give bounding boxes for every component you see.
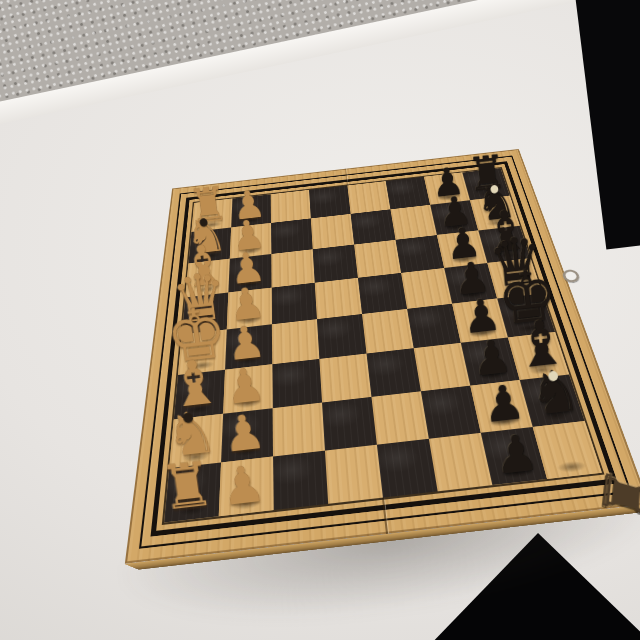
square: [272, 359, 322, 408]
square: [272, 283, 317, 325]
square: [313, 245, 358, 283]
square: [322, 397, 377, 451]
square: [377, 439, 438, 498]
pawn-glyph: ♟: [492, 426, 540, 481]
square: ♜: [164, 462, 221, 522]
pawn-glyph: ♟: [217, 457, 267, 512]
square: [358, 273, 407, 314]
square: ♟: [219, 457, 274, 517]
piece-black-knight: ♞: [528, 360, 583, 424]
board-grid: ♜♟♟♜♞♟♟♞♝♟♟♝♛♟♟♛♚♟♟♚♝♟♟♝♞♟♟♞♜♟♟♜: [164, 168, 602, 522]
board-surface: ♜♟♟♜♞♟♟♞♝♟♟♝♛♟♟♛♚♟♟♚♝♟♟♝♞♟♟♞♜♟♟♜: [125, 149, 640, 564]
square: [325, 445, 383, 504]
piece-black-pawn: ♟: [492, 426, 540, 481]
square: [371, 391, 428, 444]
square: [401, 268, 452, 309]
square: [311, 214, 354, 249]
square: [386, 177, 431, 210]
square: [309, 185, 351, 218]
photo-scene: ♜♟♟♜♞♟♟♞♝♟♟♝♛♟♟♛♚♟♟♚♝♟♟♝♞♟♟♞♜♟♟♜: [0, 0, 640, 640]
pawn-glyph: ♟: [220, 406, 268, 459]
square: [319, 354, 371, 403]
square: [367, 348, 421, 397]
fallen-piece-black-rook: ♜: [592, 462, 640, 531]
pawn-glyph: ♟: [481, 377, 527, 430]
piece-white-pawn: ♟: [220, 406, 268, 459]
square: [315, 278, 362, 319]
square: [273, 451, 328, 510]
square: ♟: [481, 427, 547, 485]
square: [351, 209, 396, 244]
square: [273, 403, 325, 457]
piece-white-pawn: ♟: [217, 457, 267, 512]
knight-glyph: ♞: [528, 360, 583, 424]
rook-glyph: ♜: [592, 462, 640, 531]
chess-board: ♜♟♟♜♞♟♟♞♝♟♟♝♛♟♟♛♚♟♟♚♝♟♟♝♞♟♟♞♜♟♟♜: [85, 37, 638, 590]
piece-white-rook: ♜: [156, 453, 217, 520]
piece-black-pawn: ♟: [481, 377, 527, 430]
square: [271, 249, 314, 287]
board-plane: ♜♟♟♜♞♟♟♞♝♟♟♝♛♟♟♛♚♟♟♚♝♟♟♝♞♟♟♞♜♟♟♜: [125, 149, 640, 564]
square: [390, 205, 437, 240]
square: [271, 218, 313, 254]
rook-glyph: ♜: [156, 453, 217, 520]
